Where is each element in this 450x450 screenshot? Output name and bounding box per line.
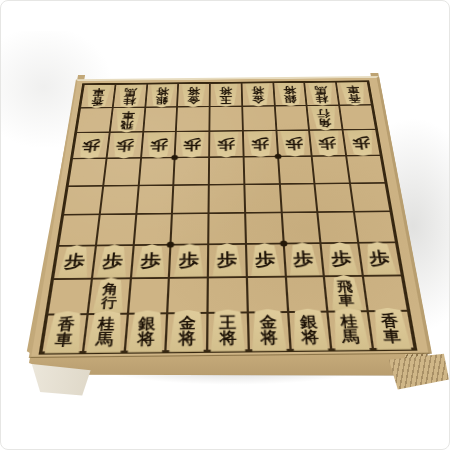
square-r1c4[interactable]: 金将 (177, 83, 210, 107)
shogi-grid: 香車桂馬銀将金将玉将金将銀将桂馬香車飛車角行歩歩歩歩歩歩歩歩歩歩歩歩歩歩歩歩歩歩… (39, 80, 418, 354)
square-r4c4[interactable] (174, 157, 210, 185)
square-r9c7[interactable]: 銀将 (288, 312, 332, 350)
piece-kanji-label: 歩 (293, 250, 315, 267)
piece-silver-gote[interactable]: 銀将 (148, 84, 176, 108)
square-r4c7[interactable] (278, 156, 315, 184)
piece-bishop-gote[interactable]: 角行 (310, 106, 340, 131)
piece-silver-sente[interactable]: 銀将 (290, 308, 329, 350)
square-r1c5[interactable]: 玉将 (210, 83, 242, 107)
piece-kanji-label: 歩 (102, 252, 124, 269)
square-r7c4[interactable]: 歩 (169, 245, 208, 278)
piece-lance-gote[interactable]: 香車 (339, 82, 369, 106)
square-r1c9[interactable]: 香車 (336, 82, 372, 105)
square-r5c2[interactable] (99, 185, 138, 215)
square-r9c8[interactable]: 桂馬 (328, 311, 373, 349)
piece-kanji-label: 銀将 (283, 86, 297, 104)
square-r4c6[interactable] (243, 156, 279, 184)
piece-kanji-label: 桂馬 (123, 87, 137, 105)
piece-kanji-label: 歩 (183, 138, 201, 152)
piece-kanji-label: 歩 (284, 137, 303, 151)
square-r3c4[interactable]: 歩 (175, 131, 210, 157)
square-r7c6[interactable]: 歩 (246, 244, 286, 277)
piece-kanji-label: 歩 (331, 250, 353, 267)
piece-kanji-label: 歩 (115, 138, 134, 152)
piece-rook-sente[interactable]: 飛車 (327, 275, 364, 311)
square-r3c6[interactable]: 歩 (243, 130, 278, 156)
star-point (280, 241, 288, 247)
piece-pawn-gote[interactable]: 歩 (109, 132, 140, 158)
square-r1c8[interactable]: 桂馬 (305, 82, 340, 105)
square-r8c6[interactable] (247, 277, 288, 313)
square-r4c9[interactable] (346, 155, 385, 183)
square-r6c2[interactable] (96, 214, 136, 245)
square-r4c1[interactable] (68, 158, 107, 186)
square-r5c8[interactable] (315, 183, 354, 213)
piece-pawn-gote[interactable]: 歩 (144, 132, 174, 158)
shogi-board: 香車桂馬銀将金将玉将金将銀将桂馬香車飛車角行歩歩歩歩歩歩歩歩歩歩歩歩歩歩歩歩歩歩… (29, 76, 432, 358)
square-r9c5[interactable]: 王将 (207, 313, 248, 351)
square-r7c8[interactable]: 歩 (321, 243, 363, 276)
square-r6c4[interactable] (171, 214, 209, 245)
piece-kanji-label: 歩 (140, 252, 161, 269)
piece-kanji-label: 歩 (352, 136, 372, 150)
square-r3c3[interactable]: 歩 (141, 131, 177, 157)
square-r7c3[interactable]: 歩 (130, 245, 170, 278)
square-r6c3[interactable] (133, 214, 172, 245)
piece-pawn-sente[interactable]: 歩 (324, 242, 360, 275)
piece-rook-gote[interactable]: 飛車 (112, 108, 142, 133)
piece-kanji-label: 銀将 (155, 87, 169, 105)
piece-kanji-label: 角行 (100, 282, 118, 309)
piece-silver-gote[interactable]: 銀将 (276, 83, 304, 107)
piece-pawn-sente[interactable]: 歩 (211, 243, 243, 276)
square-r9c3[interactable]: 銀将 (124, 313, 167, 351)
square-r8c7[interactable] (286, 276, 328, 312)
piece-kanji-label: 飛車 (336, 279, 355, 306)
square-r7c1[interactable]: 歩 (53, 246, 96, 280)
piece-gold-sente[interactable]: 金将 (168, 310, 205, 352)
square-r1c2[interactable]: 桂馬 (113, 84, 147, 108)
square-r2c9[interactable] (339, 105, 376, 130)
piece-knight-sente[interactable]: 桂馬 (85, 311, 125, 353)
piece-kanji-label: 桂馬 (340, 314, 361, 345)
square-r2c3[interactable] (143, 107, 177, 132)
piece-kanji-label: 歩 (81, 139, 101, 153)
square-r8c5[interactable] (208, 277, 248, 313)
square-r9c9[interactable]: 香車 (368, 311, 415, 349)
piece-kanji-label: 銀将 (300, 314, 320, 345)
piece-kanji-label: 歩 (318, 136, 338, 150)
square-r8c8[interactable]: 飛車 (324, 276, 368, 312)
square-r7c7[interactable]: 歩 (283, 243, 324, 276)
piece-lance-gote[interactable]: 香車 (83, 85, 113, 109)
piece-kanji-label: 銀将 (137, 316, 156, 347)
square-r2c7[interactable] (275, 105, 310, 130)
square-r7c9[interactable]: 歩 (358, 243, 401, 276)
piece-kanji-label: 歩 (217, 251, 237, 268)
piece-knight-gote[interactable]: 桂馬 (115, 84, 144, 108)
piece-kanji-label: 王将 (219, 315, 236, 346)
square-r5c4[interactable] (172, 184, 209, 214)
piece-pawn-sente[interactable]: 歩 (56, 245, 92, 278)
piece-gold-sente[interactable]: 金将 (250, 309, 287, 351)
piece-pawn-gote[interactable]: 歩 (312, 130, 343, 156)
square-r4c2[interactable] (103, 158, 141, 186)
square-r2c6[interactable] (242, 106, 276, 131)
square-r1c3[interactable]: 銀将 (145, 84, 179, 108)
piece-bishop-sente[interactable]: 角行 (91, 277, 127, 313)
piece-kanji-label: 歩 (368, 250, 391, 267)
square-r2c5[interactable] (209, 106, 242, 131)
square-r3c1[interactable]: 歩 (72, 132, 109, 158)
piece-kanji-label: 金将 (251, 86, 264, 104)
square-r6c8[interactable] (318, 212, 359, 243)
piece-pawn-gote[interactable]: 歩 (346, 130, 378, 156)
square-r4c3[interactable] (138, 157, 175, 185)
square-r6c1[interactable] (58, 215, 99, 246)
square-r8c2[interactable]: 角行 (87, 278, 130, 314)
piece-kanji-label: 飛車 (120, 111, 135, 130)
square-r4c5[interactable] (209, 157, 244, 185)
photo-scene: 香車桂馬銀将金将玉将金将銀将桂馬香車飛車角行歩歩歩歩歩歩歩歩歩歩歩歩歩歩歩歩歩歩… (0, 0, 450, 450)
piece-king-gote[interactable]: 玉将 (212, 83, 239, 107)
square-r1c7[interactable]: 銀将 (273, 82, 307, 106)
piece-pawn-sente[interactable]: 歩 (134, 244, 168, 277)
square-r1c6[interactable]: 金将 (241, 83, 274, 107)
board-perspective-wrap: 香車桂馬銀将金将玉将金将銀将桂馬香車飛車角行歩歩歩歩歩歩歩歩歩歩歩歩歩歩歩歩歩歩… (0, 0, 450, 450)
piece-kanji-label: 桂馬 (315, 85, 330, 103)
piece-kanji-label: 金将 (178, 315, 196, 346)
piece-kanji-label: 歩 (255, 251, 276, 268)
piece-pawn-gote[interactable]: 歩 (212, 131, 240, 157)
square-r7c5[interactable]: 歩 (208, 244, 247, 277)
star-point (274, 154, 281, 159)
square-r5c5[interactable] (209, 184, 245, 214)
piece-kanji-label: 金将 (259, 314, 277, 345)
square-r6c6[interactable] (245, 213, 283, 244)
square-r5c7[interactable] (280, 183, 318, 213)
piece-pawn-sente[interactable]: 歩 (173, 244, 206, 277)
square-r7c2[interactable]: 歩 (92, 245, 134, 279)
piece-knight-gote[interactable]: 桂馬 (307, 82, 336, 106)
piece-pawn-gote[interactable]: 歩 (279, 130, 309, 156)
piece-pawn-gote[interactable]: 歩 (75, 133, 107, 159)
piece-kanji-label: 香車 (90, 88, 105, 106)
piece-kanji-label: 香車 (380, 313, 402, 344)
square-r2c2[interactable]: 飛車 (110, 107, 145, 132)
piece-king-sente[interactable]: 王将 (210, 309, 246, 351)
square-r9c6[interactable]: 金将 (248, 312, 291, 350)
piece-knight-sente[interactable]: 桂馬 (330, 308, 370, 350)
piece-kanji-label: 歩 (63, 253, 86, 270)
square-r6c5[interactable] (208, 213, 246, 244)
square-r9c4[interactable]: 金将 (166, 313, 208, 351)
piece-pawn-sente[interactable]: 歩 (362, 242, 399, 275)
square-r5c1[interactable] (63, 185, 103, 215)
piece-gold-gote[interactable]: 金将 (180, 84, 207, 108)
square-r1c1[interactable]: 香車 (80, 84, 115, 108)
square-r8c1[interactable] (47, 279, 91, 315)
piece-lance-sente[interactable]: 香車 (370, 308, 412, 350)
square-r2c4[interactable] (176, 106, 210, 131)
square-r9c2[interactable]: 桂馬 (83, 314, 128, 352)
square-r3c7[interactable]: 歩 (276, 130, 312, 156)
piece-pawn-gote[interactable]: 歩 (246, 131, 275, 157)
piece-pawn-sente[interactable]: 歩 (249, 243, 282, 276)
square-r5c9[interactable] (350, 183, 390, 213)
square-r3c5[interactable]: 歩 (209, 131, 243, 157)
square-r2c1[interactable] (76, 107, 112, 132)
piece-kanji-label: 歩 (251, 137, 270, 151)
square-r8c4[interactable] (168, 278, 208, 314)
piece-pawn-sente[interactable]: 歩 (287, 242, 321, 275)
piece-kanji-label: 金将 (187, 87, 200, 105)
square-r5c3[interactable] (136, 185, 174, 215)
piece-kanji-label: 歩 (217, 137, 235, 151)
piece-pawn-sente[interactable]: 歩 (95, 244, 130, 277)
piece-kanji-label: 角行 (317, 109, 332, 128)
piece-lance-sente[interactable]: 香車 (44, 311, 85, 353)
square-r4c8[interactable] (312, 155, 350, 183)
square-r8c9[interactable] (363, 276, 408, 312)
piece-gold-gote[interactable]: 金将 (244, 83, 272, 107)
piece-kanji-label: 玉将 (220, 86, 233, 104)
piece-kanji-label: 歩 (179, 252, 200, 269)
square-r6c9[interactable] (354, 212, 396, 243)
piece-kanji-label: 歩 (149, 138, 168, 152)
square-r3c8[interactable]: 歩 (309, 130, 346, 156)
piece-silver-sente[interactable]: 銀将 (127, 310, 165, 352)
piece-pawn-gote[interactable]: 歩 (178, 131, 207, 157)
piece-kanji-label: 桂馬 (95, 316, 115, 347)
square-r3c2[interactable]: 歩 (106, 132, 142, 158)
square-r3c9[interactable]: 歩 (343, 129, 381, 155)
square-r5c6[interactable] (244, 184, 281, 214)
piece-kanji-label: 香車 (54, 317, 75, 348)
square-r8c3[interactable] (127, 278, 169, 314)
square-r2c8[interactable]: 角行 (307, 105, 343, 130)
square-r6c7[interactable] (281, 212, 321, 243)
piece-kanji-label: 香車 (346, 85, 361, 103)
square-r9c1[interactable]: 香車 (41, 314, 87, 352)
